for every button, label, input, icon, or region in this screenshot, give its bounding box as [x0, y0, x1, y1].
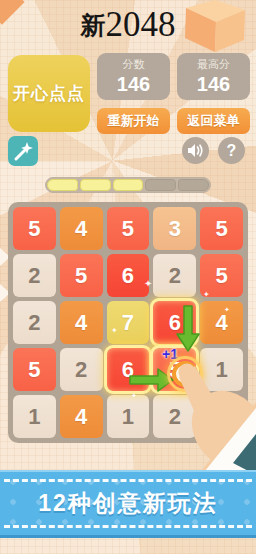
- promo-banner: 12种创意新玩法: [0, 470, 256, 538]
- page-title: 新2048: [0, 5, 256, 45]
- title-number: 2048: [106, 5, 176, 44]
- board: 545352562524764526511412: [8, 202, 248, 443]
- title-prefix: 新: [81, 11, 106, 39]
- score-value: 146: [117, 73, 150, 96]
- tile-r2c1[interactable]: 2: [13, 254, 56, 297]
- tile-r1c1[interactable]: 5: [13, 207, 56, 250]
- mode-button[interactable]: 开心点点: [8, 55, 90, 132]
- touch-indicator: [172, 361, 198, 387]
- tile-r4c3[interactable]: 6: [107, 348, 150, 391]
- level-progress-bar: [45, 177, 211, 193]
- score-label: 分数: [123, 57, 145, 72]
- tile-r2c3[interactable]: 6: [107, 254, 150, 297]
- progress-segment: [47, 179, 78, 191]
- question-icon: ?: [227, 142, 237, 160]
- restart-button[interactable]: 重新开始: [97, 108, 170, 134]
- tile-r5c3[interactable]: 1: [107, 395, 150, 438]
- tile-r4c1[interactable]: 5: [13, 348, 56, 391]
- mode-button-label: 开心点点: [13, 82, 85, 105]
- progress-segment: [80, 179, 111, 191]
- tile-r5c2[interactable]: 4: [60, 395, 103, 438]
- banner-dashed-border: [4, 525, 252, 528]
- progress-segment: [145, 179, 176, 191]
- tile-r4c2[interactable]: 2: [60, 348, 103, 391]
- hint-wand-button[interactable]: [8, 136, 38, 166]
- tile-r5c1[interactable]: 1: [13, 395, 56, 438]
- magic-wand-icon: [12, 140, 34, 162]
- tile-r3c1[interactable]: 2: [13, 301, 56, 344]
- help-button[interactable]: ?: [218, 137, 245, 164]
- tile-r2c4[interactable]: 2: [153, 254, 196, 297]
- tile-r1c2[interactable]: 4: [60, 207, 103, 250]
- game-screen: 新2048 开心点点 分数 146 最高分 146 重新开始 返回菜单 ? 54…: [0, 0, 256, 554]
- tile-r3c5[interactable]: 4: [200, 301, 243, 344]
- score-box: 分数 146: [97, 53, 170, 100]
- best-score-label: 最高分: [197, 57, 230, 72]
- tile-r3c2[interactable]: 4: [60, 301, 103, 344]
- tile-r2c5[interactable]: 5: [200, 254, 243, 297]
- banner-text: 12种创意新玩法: [38, 488, 218, 519]
- tile-r3c4[interactable]: 6: [153, 301, 196, 344]
- menu-button[interactable]: 返回菜单: [177, 108, 250, 134]
- tile-r1c3[interactable]: 5: [107, 207, 150, 250]
- best-score-box: 最高分 146: [177, 53, 250, 100]
- tile-r1c5[interactable]: 5: [200, 207, 243, 250]
- tile-r3c3[interactable]: 7: [107, 301, 150, 344]
- progress-segment: [178, 179, 209, 191]
- progress-segment: [113, 179, 144, 191]
- tile-r1c4[interactable]: 3: [153, 207, 196, 250]
- banner-dashed-border: [4, 479, 252, 482]
- tile-r5c5[interactable]: [200, 395, 243, 438]
- tile-r5c4[interactable]: 2: [153, 395, 196, 438]
- speaker-icon: [187, 143, 204, 158]
- tile-r2c2[interactable]: 5: [60, 254, 103, 297]
- best-score-value: 146: [197, 73, 230, 96]
- tile-r4c5[interactable]: 1: [200, 348, 243, 391]
- sound-button[interactable]: [182, 137, 209, 164]
